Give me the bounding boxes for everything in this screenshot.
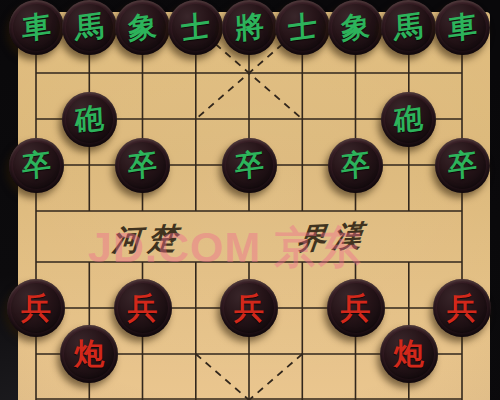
piece-character: 兵	[128, 293, 158, 323]
piece-character: 象	[128, 10, 158, 43]
piece-red-soldier[interactable]: 兵	[7, 279, 65, 337]
piece-black-general[interactable]: 將	[222, 0, 277, 55]
piece-character: 兵	[21, 293, 51, 323]
piece-character: 卒	[447, 148, 477, 181]
piece-character: 兵	[447, 293, 477, 323]
piece-red-cannon[interactable]: 炮	[60, 325, 118, 383]
piece-red-soldier[interactable]: 兵	[433, 279, 491, 337]
piece-character: 炮	[74, 339, 104, 369]
piece-character: 象	[341, 10, 371, 43]
piece-character: 卒	[21, 148, 51, 181]
piece-black-advisor[interactable]: 士	[168, 0, 223, 55]
piece-black-advisor[interactable]: 士	[275, 0, 330, 55]
piece-character: 車	[447, 10, 477, 43]
piece-black-elephant[interactable]: 象	[115, 0, 170, 55]
piece-character: 兵	[341, 293, 371, 323]
piece-character: 砲	[74, 102, 104, 135]
piece-character: 炮	[394, 339, 424, 369]
piece-black-soldier[interactable]: 卒	[9, 138, 64, 193]
piece-character: 卒	[341, 148, 371, 181]
piece-character: 將	[234, 10, 264, 43]
piece-black-soldier[interactable]: 卒	[328, 138, 383, 193]
piece-character: 卒	[128, 148, 158, 181]
piece-character: 馬	[74, 10, 104, 43]
piece-character: 卒	[234, 148, 264, 181]
piece-character: 兵	[234, 293, 264, 323]
piece-black-chariot[interactable]: 車	[435, 0, 490, 55]
piece-black-horse[interactable]: 馬	[62, 0, 117, 55]
photo-background: 河楚 界漢 車馬象士將士象馬車砲砲卒卒卒卒卒兵兵兵兵兵炮炮 JD.COM 京东	[0, 0, 500, 400]
piece-character: 士	[287, 10, 317, 43]
piece-character: 砲	[394, 102, 424, 135]
piece-black-chariot[interactable]: 車	[9, 0, 64, 55]
piece-black-soldier[interactable]: 卒	[222, 138, 277, 193]
pieces-layer: 車馬象士將士象馬車砲砲卒卒卒卒卒兵兵兵兵兵炮炮	[0, 0, 500, 400]
piece-red-soldier[interactable]: 兵	[220, 279, 278, 337]
piece-character: 士	[181, 10, 211, 43]
piece-red-soldier[interactable]: 兵	[114, 279, 172, 337]
piece-red-soldier[interactable]: 兵	[327, 279, 385, 337]
piece-black-elephant[interactable]: 象	[328, 0, 383, 55]
piece-character: 車	[21, 10, 51, 43]
piece-character: 馬	[394, 10, 424, 43]
piece-black-soldier[interactable]: 卒	[435, 138, 490, 193]
piece-red-cannon[interactable]: 炮	[380, 325, 438, 383]
piece-black-cannon[interactable]: 砲	[62, 92, 117, 147]
piece-black-soldier[interactable]: 卒	[115, 138, 170, 193]
piece-black-cannon[interactable]: 砲	[381, 92, 436, 147]
piece-black-horse[interactable]: 馬	[381, 0, 436, 55]
